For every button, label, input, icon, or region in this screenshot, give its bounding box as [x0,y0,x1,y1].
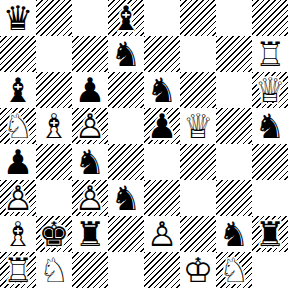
piece-glyph: ♝ [108,0,144,36]
piece-glyph: ♞ [108,36,144,72]
square-b3[interactable] [36,180,72,216]
square-d4[interactable] [108,144,144,180]
piece-black-king: ♚♚ [36,216,72,252]
piece-glyph: ♛ [0,0,36,36]
piece-glyph: ♙ [72,180,108,216]
square-c2[interactable]: ♜♜ [72,216,108,252]
square-f3[interactable] [180,180,216,216]
piece-black-rook: ♜♜ [252,216,288,252]
square-g8[interactable] [216,0,252,36]
piece-black-pawn: ♟♟ [0,144,36,180]
piece-white-knight: ♞♘ [216,252,252,288]
square-a8[interactable]: ♛♛ [0,0,36,36]
piece-black-knight: ♞♞ [252,108,288,144]
square-e4[interactable] [144,144,180,180]
square-e8[interactable] [144,0,180,36]
piece-glyph: ♞ [144,72,180,108]
piece-glyph: ♙ [144,216,180,252]
square-g4[interactable] [216,144,252,180]
piece-glyph: ♞ [216,216,252,252]
square-c4[interactable]: ♞♞ [72,144,108,180]
square-f1[interactable]: ♚♔ [180,252,216,288]
square-c7[interactable] [72,36,108,72]
piece-black-knight: ♞♞ [72,144,108,180]
square-h8[interactable] [252,0,288,36]
piece-glyph: ♞ [72,144,108,180]
square-f6[interactable] [180,72,216,108]
piece-white-knight: ♞♘ [36,252,72,288]
piece-glyph: ♜ [72,216,108,252]
square-h5[interactable]: ♞♞ [252,108,288,144]
square-g6[interactable] [216,72,252,108]
square-g5[interactable] [216,108,252,144]
square-a5[interactable]: ♞♘ [0,108,36,144]
piece-black-knight: ♞♞ [108,36,144,72]
square-h3[interactable] [252,180,288,216]
square-d7[interactable]: ♞♞ [108,36,144,72]
piece-white-bishop: ♝♗ [0,216,36,252]
piece-glyph: ♕ [180,108,216,144]
square-g2[interactable]: ♞♞ [216,216,252,252]
square-c1[interactable] [72,252,108,288]
piece-white-knight: ♞♘ [0,108,36,144]
piece-glyph: ♙ [0,180,36,216]
square-e7[interactable] [144,36,180,72]
piece-glyph: ♔ [180,252,216,288]
piece-glyph: ♞ [252,108,288,144]
square-d6[interactable] [108,72,144,108]
piece-glyph: ♘ [216,252,252,288]
square-e1[interactable] [144,252,180,288]
piece-white-queen: ♛♕ [180,108,216,144]
piece-glyph: ♗ [0,216,36,252]
piece-white-pawn: ♟♙ [0,180,36,216]
square-h7[interactable]: ♜♖ [252,36,288,72]
piece-black-pawn: ♟♟ [72,72,108,108]
square-g1[interactable]: ♞♘ [216,252,252,288]
square-a3[interactable]: ♟♙ [0,180,36,216]
square-c5[interactable]: ♟♙ [72,108,108,144]
piece-glyph: ♘ [36,252,72,288]
piece-black-knight: ♞♞ [216,216,252,252]
square-e2[interactable]: ♟♙ [144,216,180,252]
square-c3[interactable]: ♟♙ [72,180,108,216]
piece-glyph: ♕ [252,72,288,108]
square-a6[interactable]: ♝♝ [0,72,36,108]
piece-black-pawn: ♟♟ [144,108,180,144]
piece-glyph: ♙ [72,108,108,144]
square-h6[interactable]: ♛♕ [252,72,288,108]
square-e6[interactable]: ♞♞ [144,72,180,108]
piece-black-knight: ♞♞ [144,72,180,108]
square-h2[interactable]: ♜♜ [252,216,288,252]
square-c8[interactable] [72,0,108,36]
piece-white-rook: ♜♖ [252,36,288,72]
piece-white-queen: ♛♕ [252,72,288,108]
piece-glyph: ♝ [0,72,36,108]
piece-glyph: ♟ [144,108,180,144]
piece-glyph: ♟ [72,72,108,108]
chess-board: ♛♛♝♝♞♞♜♖♝♝♟♟♞♞♛♕♞♘♝♗♟♙♟♟♛♕♞♞♟♟♞♞♟♙♟♙♞♞♝♗… [0,0,288,288]
piece-glyph: ♜ [252,216,288,252]
piece-glyph: ♚ [36,216,72,252]
square-b2[interactable]: ♚♚ [36,216,72,252]
square-a4[interactable]: ♟♟ [0,144,36,180]
piece-glyph: ♞ [108,180,144,216]
square-b5[interactable]: ♝♗ [36,108,72,144]
square-c6[interactable]: ♟♟ [72,72,108,108]
square-h1[interactable] [252,252,288,288]
piece-black-bishop: ♝♝ [108,0,144,36]
square-d8[interactable]: ♝♝ [108,0,144,36]
piece-glyph: ♗ [36,108,72,144]
piece-glyph: ♟ [0,144,36,180]
square-f5[interactable]: ♛♕ [180,108,216,144]
square-d3[interactable]: ♞♞ [108,180,144,216]
piece-glyph: ♖ [0,252,36,288]
piece-white-rook: ♜♖ [0,252,36,288]
square-e5[interactable]: ♟♟ [144,108,180,144]
piece-black-bishop: ♝♝ [0,72,36,108]
square-g7[interactable] [216,36,252,72]
square-e3[interactable] [144,180,180,216]
square-f2[interactable] [180,216,216,252]
piece-black-rook: ♜♜ [72,216,108,252]
piece-white-pawn: ♟♙ [144,216,180,252]
square-b6[interactable] [36,72,72,108]
square-b4[interactable] [36,144,72,180]
piece-white-bishop: ♝♗ [36,108,72,144]
square-b8[interactable] [36,0,72,36]
square-f8[interactable] [180,0,216,36]
square-b1[interactable]: ♞♘ [36,252,72,288]
piece-white-king: ♚♔ [180,252,216,288]
square-g3[interactable] [216,180,252,216]
square-d5[interactable] [108,108,144,144]
piece-white-pawn: ♟♙ [72,180,108,216]
piece-black-knight: ♞♞ [108,180,144,216]
square-b7[interactable] [36,36,72,72]
piece-black-queen: ♛♛ [0,0,36,36]
square-a7[interactable] [0,36,36,72]
square-d1[interactable] [108,252,144,288]
square-d2[interactable] [108,216,144,252]
piece-glyph: ♖ [252,36,288,72]
piece-white-pawn: ♟♙ [72,108,108,144]
square-f7[interactable] [180,36,216,72]
square-a1[interactable]: ♜♖ [0,252,36,288]
square-h4[interactable] [252,144,288,180]
square-f4[interactable] [180,144,216,180]
square-a2[interactable]: ♝♗ [0,216,36,252]
piece-glyph: ♘ [0,108,36,144]
